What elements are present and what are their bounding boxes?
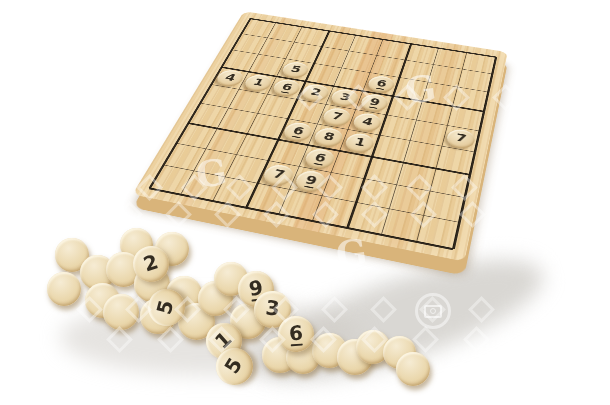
box-line-horizontal-6	[188, 122, 470, 175]
camera-body-glyph	[97, 102, 115, 115]
sudoku-cell-r8c6	[347, 203, 390, 235]
sudoku-cell-r5c5	[340, 130, 379, 157]
sudoku-cell-r5c7	[404, 141, 442, 169]
sudoku-cell-r6c4	[300, 145, 341, 173]
tile-digit: 1	[353, 136, 367, 148]
digit-underline-mark	[291, 136, 300, 139]
sudoku-cell-r6c1	[206, 128, 248, 155]
digit-underline-mark	[368, 106, 377, 108]
sudoku-cell-r7c4	[290, 167, 332, 196]
board-tile-7-r4c8[interactable]: 7	[445, 128, 476, 151]
sudoku-cell-r7c5	[322, 173, 364, 203]
watermark-diamond-icon	[91, 174, 118, 201]
board-top-face: 56416239747681679	[132, 11, 508, 262]
tile-digit: 1	[252, 77, 266, 87]
sudoku-cell-r7c0	[163, 143, 206, 171]
sudoku-cell-r7c3	[257, 161, 299, 190]
sudoku-cell-r7c8	[424, 191, 464, 222]
sudoku-cell-r5c2	[248, 114, 288, 140]
sudoku-cell-r4c8	[442, 126, 479, 152]
sudoku-cell-r6c8	[430, 168, 469, 197]
sudoku-cell-r6c0	[176, 123, 218, 149]
sudoku-cell-r8c8	[417, 216, 459, 249]
pile-tile-blank-21[interactable]	[396, 352, 430, 386]
digit-underline-mark	[313, 163, 322, 166]
tile-digit: 7	[271, 168, 286, 181]
tile-digit: 6	[288, 322, 303, 343]
sudoku-photo-stage: 56416239747681679 2593615 GGGG	[0, 0, 610, 405]
sudoku-cell-r6c7	[397, 162, 437, 191]
tile-digit: 3	[265, 297, 281, 318]
tile-digit: 2	[309, 87, 323, 97]
sudoku-cell-r5c4	[309, 124, 348, 150]
tile-digit: 3	[338, 92, 351, 103]
board-tile-8-r5c4[interactable]: 8	[312, 126, 345, 148]
tile-digit: 2	[141, 251, 160, 274]
sudoku-cell-r8c5	[313, 196, 356, 228]
camera-body-glyph	[558, 100, 576, 113]
tile-digit: 7	[330, 111, 344, 122]
sudoku-cell-r6c6	[364, 157, 404, 186]
pile-tile-blank-2[interactable]	[47, 272, 81, 306]
board-tile-9-r7c4[interactable]: 9	[293, 169, 329, 194]
digit-underline-mark	[304, 186, 313, 189]
digit-underline-mark	[375, 88, 383, 90]
sudoku-cell-r7c2	[225, 155, 268, 184]
sudoku-cell-r4c6	[379, 115, 417, 141]
tile-digit: 9	[303, 174, 318, 187]
tile-digit: 5	[221, 355, 245, 377]
watermark-camera-icon-2	[549, 88, 585, 124]
sudoku-cell-r7c1	[194, 149, 237, 177]
sudoku-cell-r8c0	[149, 165, 194, 194]
sudoku-cell-r8c3	[246, 183, 290, 214]
sudoku-cell-r6c5	[332, 151, 372, 179]
tile-digit: 7	[455, 132, 468, 144]
board-tile-6-r5c3[interactable]: 6	[281, 121, 315, 143]
board-tile-7-r7c3[interactable]: 7	[261, 163, 297, 188]
sudoku-board: 56416239747681679	[132, 11, 508, 262]
watermark-camera-icon-3	[88, 90, 124, 126]
sudoku-cell-r7c6	[356, 179, 397, 209]
tile-digit: 4	[361, 116, 375, 127]
tile-digit: 6	[291, 125, 305, 137]
sudoku-cell-r6c2	[237, 134, 278, 161]
sudoku-cell-r6c3	[268, 139, 309, 166]
sudoku-cell-r8c1	[181, 171, 225, 201]
sudoku-cell-r8c4	[279, 190, 322, 221]
digit-underline-mark	[280, 91, 288, 93]
sudoku-cell-r8c7	[382, 209, 424, 241]
camera-body-glyph	[549, 337, 567, 350]
tile-digit: 4	[223, 72, 237, 82]
board-tile-6-r6c4[interactable]: 6	[303, 147, 337, 171]
sudoku-cell-r7c7	[390, 185, 431, 216]
digit-underline-mark	[291, 343, 303, 346]
tile-digit: 5	[289, 64, 302, 74]
sudoku-cell-r5c6	[372, 135, 411, 162]
tile-digit: 5	[154, 298, 177, 317]
board-tile-1-r5c5[interactable]: 1	[343, 132, 376, 155]
tile-digit: 8	[322, 131, 336, 143]
watermark-camera-icon-1	[540, 325, 576, 361]
pile-tile-blank-9[interactable]	[103, 294, 139, 330]
watermark-logo-swirl-0: G	[149, 40, 185, 86]
sudoku-cell-r5c3	[278, 119, 318, 145]
tile-digit: 6	[313, 152, 328, 164]
sudoku-cell-r8c2	[213, 177, 257, 207]
sudoku-cell-r4c7	[410, 120, 447, 146]
sudoku-cell-r5c8	[436, 146, 474, 174]
